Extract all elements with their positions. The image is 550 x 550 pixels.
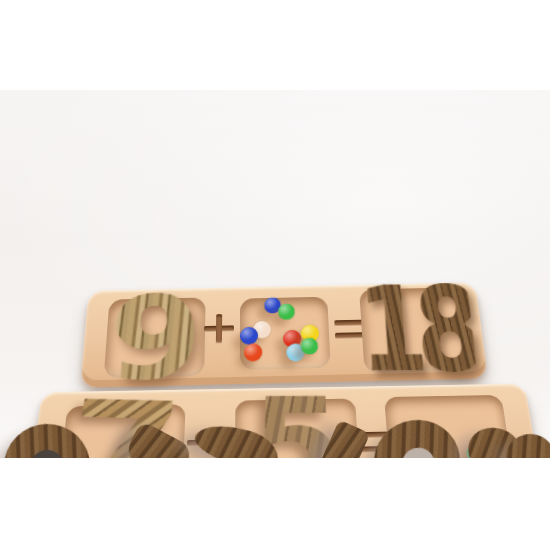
- orange-red-pompom: [244, 343, 262, 361]
- addition-left-recess: 9: [104, 297, 206, 377]
- plus-sign-carving: [204, 314, 234, 344]
- subtraction-tray-board: 7 5: [26, 384, 544, 458]
- green-pompom: [278, 304, 295, 321]
- green-pompom: [301, 338, 319, 355]
- addition-pompom-recess: [240, 297, 331, 370]
- blue-pompom: [240, 327, 258, 345]
- numeral-piece-18: 18: [356, 271, 479, 389]
- addition-result-recess: 18: [359, 287, 472, 373]
- photo-canvas: 9 18 7 5: [0, 0, 550, 550]
- photo-area: 9 18 7 5: [0, 90, 550, 458]
- plus-vertical-groove: [216, 314, 222, 343]
